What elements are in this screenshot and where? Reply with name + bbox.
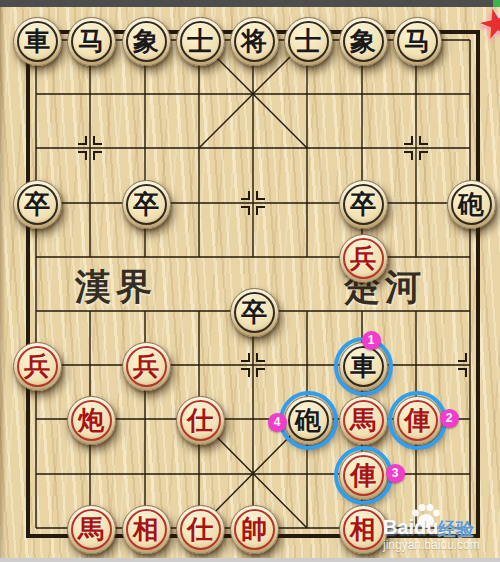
piece-red-f0r6[interactable]: 兵 [13,342,62,391]
left-edge-shadow [0,0,6,562]
piece-character: 仕 [177,506,224,553]
piece-character: 俥 [340,452,387,499]
move-number-badge: 3 [386,464,405,483]
piece-character: 兵 [123,343,170,390]
window-bottom-bar [0,558,500,562]
piece-character: 砲 [448,181,495,228]
piece-character: 車 [14,18,61,65]
piece-character: 卒 [123,181,170,228]
piece-character: 卒 [231,289,278,336]
piece-red-f2r9[interactable]: 相 [122,505,171,554]
piece-character: 俥 [394,397,441,444]
river-label-left: 漢界 [75,263,157,312]
piece-ring [343,455,384,496]
piece-red-f6r9[interactable]: 相 [339,505,388,554]
piece-character: 象 [123,18,170,65]
piece-character: 兵 [14,343,61,390]
piece-character: 士 [177,18,224,65]
piece-character: 帥 [231,506,278,553]
piece-black-f5r0[interactable]: 士 [284,17,333,66]
piece-black-f7r0[interactable]: 马 [393,17,442,66]
move-number-badge: 4 [268,413,287,432]
piece-black-f3r0[interactable]: 士 [176,17,225,66]
piece-character: 砲 [285,397,332,444]
piece-red-f3r7[interactable]: 仕 [176,396,225,445]
piece-black-f2r3[interactable]: 卒 [122,180,171,229]
move-number-badge: 1 [362,331,381,350]
piece-character: 士 [285,18,332,65]
piece-character: 马 [68,18,115,65]
piece-red-f3r9[interactable]: 仕 [176,505,225,554]
piece-red-f6r7[interactable]: 馬 [339,396,388,445]
piece-character: 卒 [340,181,387,228]
piece-character: 象 [340,18,387,65]
piece-black-f2r0[interactable]: 象 [122,17,171,66]
xiangqi-board-screenshot: 漢界 楚河 車马象士将士象马卒卒卒砲兵卒兵兵車1炮仕砲4馬俥2俥3馬相仕帥相 ★… [0,0,500,562]
piece-black-f0r0[interactable]: 車 [13,17,62,66]
piece-red-f2r6[interactable]: 兵 [122,342,171,391]
piece-character: 相 [123,506,170,553]
piece-black-f6r3[interactable]: 卒 [339,180,388,229]
piece-black-f6r6[interactable]: 車1 [339,342,388,391]
piece-character: 馬 [68,506,115,553]
piece-character: 相 [340,506,387,553]
piece-ring [288,400,329,441]
piece-red-f1r9[interactable]: 馬 [67,505,116,554]
piece-character: 马 [394,18,441,65]
piece-black-f8r3[interactable]: 砲 [447,180,496,229]
piece-character: 炮 [68,397,115,444]
piece-red-f1r7[interactable]: 炮 [67,396,116,445]
piece-black-f4r0[interactable]: 将 [230,17,279,66]
piece-ring [343,346,384,387]
piece-black-f6r0[interactable]: 象 [339,17,388,66]
piece-character: 仕 [177,397,224,444]
green-indicator [493,0,500,7]
piece-black-f0r3[interactable]: 卒 [13,180,62,229]
piece-character: 兵 [340,235,387,282]
piece-black-f1r0[interactable]: 马 [67,17,116,66]
piece-red-f6r8[interactable]: 俥3 [339,451,388,500]
piece-ring [397,400,438,441]
piece-character: 将 [231,18,278,65]
window-top-bar [0,0,500,7]
piece-red-f6r4[interactable]: 兵 [339,234,388,283]
piece-character: 卒 [14,181,61,228]
move-number-badge: 2 [440,409,459,428]
piece-red-f4r9[interactable]: 帥 [230,505,279,554]
piece-character: 馬 [340,397,387,444]
piece-black-f5r7[interactable]: 砲4 [284,396,333,445]
piece-red-f7r7[interactable]: 俥2 [393,396,442,445]
piece-character: 車 [340,343,387,390]
piece-black-f4r5[interactable]: 卒 [230,288,279,337]
